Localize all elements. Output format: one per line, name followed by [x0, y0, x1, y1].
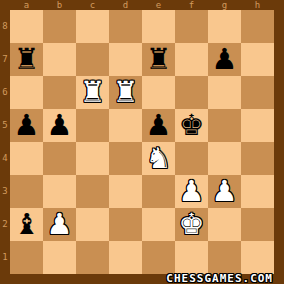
piece-black-rook-e7: ♜	[142, 43, 175, 76]
square-e1[interactable]	[142, 241, 175, 274]
piece-white-rook-c6: ♜	[76, 76, 109, 109]
square-f5[interactable]: ♚	[175, 109, 208, 142]
square-e5[interactable]: ♟	[142, 109, 175, 142]
square-f8[interactable]	[175, 10, 208, 43]
piece-white-pawn-g3: ♟	[208, 175, 241, 208]
piece-black-pawn-g7: ♟	[208, 43, 241, 76]
rank-label-1: 1	[0, 241, 10, 274]
file-label-e: e	[142, 0, 175, 10]
rank-label-5: 5	[0, 109, 10, 142]
square-e4[interactable]: ♞	[142, 142, 175, 175]
square-c7[interactable]	[76, 43, 109, 76]
square-b3[interactable]	[43, 175, 76, 208]
square-h3[interactable]	[241, 175, 274, 208]
square-b4[interactable]	[43, 142, 76, 175]
square-h2[interactable]	[241, 208, 274, 241]
piece-black-king-f5: ♚	[175, 109, 208, 142]
square-e2[interactable]	[142, 208, 175, 241]
rank-label-3: 3	[0, 175, 10, 208]
square-c6[interactable]: ♜	[76, 76, 109, 109]
piece-black-pawn-a5: ♟	[10, 109, 43, 142]
square-d7[interactable]	[109, 43, 142, 76]
square-c3[interactable]	[76, 175, 109, 208]
square-g7[interactable]: ♟	[208, 43, 241, 76]
file-label-h: h	[241, 0, 274, 10]
square-d3[interactable]	[109, 175, 142, 208]
file-label-d: d	[109, 0, 142, 10]
file-label-a: a	[10, 0, 43, 10]
square-f2[interactable]: ♚	[175, 208, 208, 241]
piece-black-pawn-b5: ♟	[43, 109, 76, 142]
file-label-c: c	[76, 0, 109, 10]
piece-white-pawn-b2: ♟	[43, 208, 76, 241]
square-g4[interactable]	[208, 142, 241, 175]
square-a3[interactable]	[10, 175, 43, 208]
square-d5[interactable]	[109, 109, 142, 142]
square-b5[interactable]: ♟	[43, 109, 76, 142]
square-f6[interactable]	[175, 76, 208, 109]
square-c2[interactable]	[76, 208, 109, 241]
square-a2[interactable]: ♝	[10, 208, 43, 241]
square-h4[interactable]	[241, 142, 274, 175]
square-e7[interactable]: ♜	[142, 43, 175, 76]
rank-labels: 87654321	[0, 10, 10, 274]
square-d2[interactable]	[109, 208, 142, 241]
square-b7[interactable]	[43, 43, 76, 76]
square-b8[interactable]	[43, 10, 76, 43]
square-h7[interactable]	[241, 43, 274, 76]
file-label-g: g	[208, 0, 241, 10]
square-a7[interactable]: ♜	[10, 43, 43, 76]
square-a5[interactable]: ♟	[10, 109, 43, 142]
file-label-b: b	[43, 0, 76, 10]
square-g1[interactable]	[208, 241, 241, 274]
square-g2[interactable]	[208, 208, 241, 241]
piece-black-pawn-e5: ♟	[142, 109, 175, 142]
rank-label-2: 2	[0, 208, 10, 241]
chessgames-watermark: CHESSGAMES.COM	[166, 274, 273, 284]
piece-black-bishop-a2: ♝	[10, 208, 43, 241]
piece-black-rook-a7: ♜	[10, 43, 43, 76]
square-a4[interactable]	[10, 142, 43, 175]
chess-board: ♜♜♟♜♜♟♟♟♚♞♟♟♝♟♚	[10, 10, 274, 274]
square-d1[interactable]	[109, 241, 142, 274]
file-label-f: f	[175, 0, 208, 10]
square-d8[interactable]	[109, 10, 142, 43]
chess-diagram: abcdefgh 87654321 ♜♜♟♜♜♟♟♟♚♞♟♟♝♟♚ CHESSG…	[0, 0, 284, 284]
square-c5[interactable]	[76, 109, 109, 142]
square-h8[interactable]	[241, 10, 274, 43]
piece-white-rook-d6: ♜	[109, 76, 142, 109]
square-h6[interactable]	[241, 76, 274, 109]
square-c1[interactable]	[76, 241, 109, 274]
square-h1[interactable]	[241, 241, 274, 274]
square-b2[interactable]: ♟	[43, 208, 76, 241]
square-e8[interactable]	[142, 10, 175, 43]
square-a8[interactable]	[10, 10, 43, 43]
square-g6[interactable]	[208, 76, 241, 109]
square-h5[interactable]	[241, 109, 274, 142]
square-b1[interactable]	[43, 241, 76, 274]
square-g8[interactable]	[208, 10, 241, 43]
square-a6[interactable]	[10, 76, 43, 109]
square-g5[interactable]	[208, 109, 241, 142]
square-c8[interactable]	[76, 10, 109, 43]
rank-label-4: 4	[0, 142, 10, 175]
piece-white-pawn-f3: ♟	[175, 175, 208, 208]
square-g3[interactable]: ♟	[208, 175, 241, 208]
square-d4[interactable]	[109, 142, 142, 175]
square-f4[interactable]	[175, 142, 208, 175]
rank-label-6: 6	[0, 76, 10, 109]
square-f3[interactable]: ♟	[175, 175, 208, 208]
square-e6[interactable]	[142, 76, 175, 109]
piece-white-knight-e4: ♞	[142, 142, 175, 175]
piece-white-king-f2: ♚	[175, 208, 208, 241]
square-e3[interactable]	[142, 175, 175, 208]
square-f1[interactable]	[175, 241, 208, 274]
square-b6[interactable]	[43, 76, 76, 109]
square-d6[interactable]: ♜	[109, 76, 142, 109]
file-labels: abcdefgh	[10, 0, 274, 10]
square-c4[interactable]	[76, 142, 109, 175]
rank-label-7: 7	[0, 43, 10, 76]
square-a1[interactable]	[10, 241, 43, 274]
square-f7[interactable]	[175, 43, 208, 76]
rank-label-8: 8	[0, 10, 10, 43]
